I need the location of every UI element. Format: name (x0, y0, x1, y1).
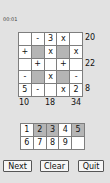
palette-digit-9[interactable]: 9 (59, 137, 72, 150)
row-total-0: 20 (85, 32, 99, 45)
grid-cell-0-2[interactable]: 3 (45, 33, 58, 46)
grid-operator-3-2: x (45, 71, 58, 84)
palette-digit-2[interactable]: 2 (34, 124, 47, 137)
row-total-1: 22 (85, 58, 99, 71)
puzzle-app: 00:01 - 3 x + x x + + - x - 5 - x 2 20 2… (0, 0, 110, 183)
grid-blocked-1-3 (57, 46, 70, 59)
clear-button[interactable]: Clear (40, 160, 69, 172)
palette-digit-3[interactable]: 3 (47, 124, 60, 137)
grid-operator-3-0: - (19, 71, 32, 84)
timer: 00:01 (3, 16, 17, 23)
palette-digit-1[interactable]: 1 (21, 124, 34, 137)
palette-digit-8[interactable]: 8 (47, 137, 60, 150)
grid-operator-0-3: x (57, 33, 70, 46)
grid-operator-1-4: x (70, 46, 83, 59)
palette-empty (72, 137, 85, 150)
grid-cell-4-4[interactable]: 2 (70, 84, 83, 97)
grid-operator-0-1: - (32, 33, 45, 46)
grid-operator-1-2: x (45, 46, 58, 59)
digit-palette: 1 2 3 4 5 6 7 8 9 (20, 123, 85, 150)
palette-digit-5[interactable]: 5 (72, 124, 85, 137)
palette-digit-6[interactable]: 6 (21, 137, 34, 150)
col-total-0: 10 (17, 97, 31, 109)
grid-cell-2-2[interactable] (45, 59, 58, 72)
palette-digit-7[interactable]: 7 (34, 137, 47, 150)
puzzle-grid: - 3 x + x x + + - x - 5 - x 2 (18, 32, 83, 97)
grid-operator-2-3: + (57, 59, 70, 72)
grid-cell-2-0[interactable] (19, 59, 32, 72)
grid-cell-0-4[interactable] (70, 33, 83, 46)
grid-operator-2-1: + (32, 59, 45, 72)
grid-operator-4-3: x (57, 84, 70, 97)
grid-cell-2-4[interactable] (70, 59, 83, 72)
grid-operator-1-0: + (19, 46, 32, 59)
grid-operator-4-1: - (32, 84, 45, 97)
next-button[interactable]: Next (3, 160, 32, 172)
grid-blocked-1-1 (32, 46, 45, 59)
palette-digit-4[interactable]: 4 (59, 124, 72, 137)
col-total-1: 18 (43, 97, 57, 109)
col-total-2: 34 (69, 97, 83, 109)
grid-operator-3-4: - (70, 71, 83, 84)
grid-blocked-3-3 (57, 71, 70, 84)
grid-cell-4-0[interactable]: 5 (19, 84, 32, 97)
row-total-2: 8 (85, 83, 99, 96)
grid-cell-4-2[interactable] (45, 84, 58, 97)
quit-button[interactable]: Quit (78, 160, 104, 172)
grid-blocked-3-1 (32, 71, 45, 84)
grid-cell-0-0[interactable] (19, 33, 32, 46)
